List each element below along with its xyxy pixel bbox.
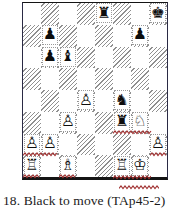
black-bishop-icon: ♝ — [60, 47, 76, 67]
black-pawn-icon: ♟ — [42, 25, 58, 45]
red-squiggle-h2-pawn — [150, 152, 167, 157]
square-d8 — [77, 3, 95, 25]
square-c5 — [59, 68, 77, 90]
square-g5 — [131, 68, 149, 90]
square-d1 — [77, 155, 95, 177]
square-h1 — [149, 155, 167, 177]
white-pawn-icon: ♙ — [24, 134, 40, 154]
square-a7 — [23, 25, 41, 47]
square-b5 — [41, 68, 59, 90]
square-g7: ♟ — [131, 25, 149, 47]
square-a4 — [23, 90, 41, 112]
red-squiggle-c1-bishop — [59, 174, 76, 179]
square-a5 — [23, 68, 41, 90]
square-d7 — [77, 25, 95, 47]
black-pawn-icon: ♟ — [132, 25, 148, 45]
square-g8 — [131, 3, 149, 25]
black-knight-icon: ♞ — [114, 90, 130, 110]
white-pawn-icon: ♙ — [60, 112, 76, 132]
square-g6 — [131, 47, 149, 69]
square-a8 — [23, 3, 41, 25]
square-g2 — [131, 134, 149, 156]
white-rook-icon: ♖ — [114, 156, 130, 176]
square-e7 — [95, 25, 113, 47]
square-f1: ♖ — [113, 155, 131, 177]
white-king-icon: ♔ — [132, 156, 148, 176]
square-d2 — [77, 134, 95, 156]
square-f8 — [113, 3, 131, 25]
square-b3 — [41, 112, 59, 134]
square-h4 — [149, 90, 167, 112]
square-f5 — [113, 68, 131, 90]
square-c8 — [59, 3, 77, 25]
square-a3 — [23, 112, 41, 134]
document-page: ♜♚♟♟♟♝♙♞♙♜♘♙♙♙♖♗♖♔ 18. Black to move (TA… — [0, 0, 177, 216]
square-h8: ♚ — [149, 3, 167, 25]
black-rook-icon: ♜ — [114, 112, 130, 132]
square-e3 — [95, 112, 113, 134]
white-bishop-icon: ♗ — [60, 156, 76, 176]
square-h7 — [149, 25, 167, 47]
red-squiggle-below-board — [119, 185, 159, 190]
black-pawn-icon: ♟ — [42, 47, 58, 67]
square-d4: ♙ — [77, 90, 95, 112]
square-d3 — [77, 112, 95, 134]
black-rook-icon: ♜ — [96, 3, 112, 23]
square-b4 — [41, 90, 59, 112]
white-rook-icon: ♖ — [24, 156, 40, 176]
chess-board: ♜♚♟♟♟♝♙♞♙♜♘♙♙♙♖♗♖♔ — [23, 3, 167, 177]
square-e2 — [95, 134, 113, 156]
square-d5 — [77, 68, 95, 90]
square-c7 — [59, 25, 77, 47]
red-squiggle-a1-rook — [23, 174, 40, 179]
square-c6: ♝ — [59, 47, 77, 69]
square-e4 — [95, 90, 113, 112]
square-e1 — [95, 155, 113, 177]
square-f7 — [113, 25, 131, 47]
red-squiggle-a2-b2-pawns — [23, 152, 58, 157]
square-e8: ♜ — [95, 3, 113, 25]
square-e5 — [95, 68, 113, 90]
square-b7: ♟ — [41, 25, 59, 47]
square-f2 — [113, 134, 131, 156]
square-e6 — [95, 47, 113, 69]
white-knight-icon: ♘ — [132, 112, 148, 132]
white-pawn-icon: ♙ — [42, 134, 58, 154]
white-pawn-icon: ♙ — [150, 134, 166, 154]
diagram-caption: 18. Black to move (TAp45-2) — [3, 193, 165, 209]
square-b1 — [41, 155, 59, 177]
square-b6: ♟ — [41, 47, 59, 69]
square-g4 — [131, 90, 149, 112]
black-king-icon: ♚ — [150, 3, 166, 23]
square-h5 — [149, 68, 167, 90]
square-c4 — [59, 90, 77, 112]
square-f6 — [113, 47, 131, 69]
square-f4: ♞ — [113, 90, 131, 112]
square-g1: ♔ — [131, 155, 149, 177]
square-a6 — [23, 47, 41, 69]
square-c3: ♙ — [59, 112, 77, 134]
red-squiggle-f3-g3-pieces — [113, 130, 152, 135]
square-h6 — [149, 47, 167, 69]
square-c2 — [59, 134, 77, 156]
square-b8 — [41, 3, 59, 25]
square-d6 — [77, 47, 95, 69]
white-pawn-icon: ♙ — [78, 90, 94, 110]
red-squiggle-f1-g1-pieces — [113, 175, 151, 180]
